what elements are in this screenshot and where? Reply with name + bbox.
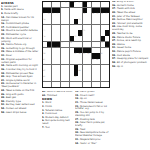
white-cell[interactable] bbox=[65, 82, 69, 87]
white-cell[interactable] bbox=[47, 25, 51, 30]
white-cell[interactable]: 23 bbox=[83, 30, 87, 35]
white-cell[interactable] bbox=[52, 25, 56, 30]
white-cell[interactable] bbox=[87, 30, 91, 35]
white-cell[interactable] bbox=[96, 70, 100, 75]
white-cell[interactable] bbox=[65, 19, 69, 24]
white-cell[interactable] bbox=[101, 2, 105, 7]
cell-number: 40 bbox=[87, 53, 89, 55]
white-cell[interactable] bbox=[87, 82, 91, 87]
white-cell[interactable]: 33 bbox=[56, 48, 60, 53]
white-cell[interactable] bbox=[61, 30, 65, 35]
cell-number: 12 bbox=[56, 13, 58, 15]
white-cell[interactable] bbox=[65, 53, 69, 58]
white-cell[interactable] bbox=[92, 65, 96, 70]
cell-number: 16 bbox=[101, 13, 103, 15]
white-cell[interactable]: 14 bbox=[92, 13, 96, 18]
white-cell[interactable] bbox=[47, 19, 51, 24]
white-cell[interactable] bbox=[74, 82, 78, 87]
black-cell bbox=[74, 65, 78, 70]
white-cell[interactable]: 27 bbox=[61, 42, 65, 47]
white-cell[interactable] bbox=[70, 13, 74, 18]
white-cell[interactable] bbox=[47, 82, 51, 87]
white-cell[interactable] bbox=[83, 19, 87, 24]
white-cell[interactable] bbox=[105, 65, 109, 70]
cell-number: 14 bbox=[92, 13, 94, 15]
white-cell[interactable] bbox=[96, 2, 100, 7]
cell-number: 42 bbox=[43, 59, 45, 61]
white-cell[interactable] bbox=[92, 25, 96, 30]
cell-number: 22 bbox=[43, 30, 45, 32]
white-cell[interactable] bbox=[52, 82, 56, 87]
white-cell[interactable]: 34 bbox=[92, 48, 96, 53]
white-cell[interactable] bbox=[105, 25, 109, 30]
white-cell[interactable]: 10 bbox=[47, 13, 51, 18]
white-cell[interactable]: 51 bbox=[43, 82, 47, 87]
white-cell[interactable] bbox=[105, 2, 109, 7]
white-cell[interactable] bbox=[83, 70, 87, 75]
white-cell[interactable]: 12 bbox=[56, 13, 60, 18]
white-cell[interactable] bbox=[52, 19, 56, 24]
white-cell[interactable] bbox=[70, 65, 74, 70]
white-cell[interactable] bbox=[52, 36, 56, 41]
white-cell[interactable] bbox=[96, 25, 100, 30]
white-cell[interactable] bbox=[52, 65, 56, 70]
white-cell[interactable] bbox=[92, 2, 96, 7]
cell-number: 3 bbox=[65, 2, 66, 4]
white-cell[interactable] bbox=[61, 82, 65, 87]
cell-number: 29 bbox=[101, 42, 103, 44]
white-cell[interactable] bbox=[78, 76, 82, 81]
cell-number: 49 bbox=[43, 76, 45, 78]
white-cell[interactable] bbox=[70, 82, 74, 87]
white-cell[interactable]: 21 bbox=[74, 25, 78, 30]
cell-number: 28 bbox=[70, 42, 72, 44]
white-cell[interactable]: 48 bbox=[78, 70, 82, 75]
white-cell[interactable] bbox=[56, 59, 60, 64]
white-cell[interactable] bbox=[101, 70, 105, 75]
white-cell[interactable] bbox=[61, 76, 65, 81]
white-cell[interactable] bbox=[70, 53, 74, 58]
white-cell[interactable] bbox=[87, 36, 91, 41]
white-cell[interactable] bbox=[87, 25, 91, 30]
white-cell[interactable] bbox=[105, 76, 109, 81]
cell-number: 18 bbox=[43, 19, 45, 21]
white-cell[interactable] bbox=[70, 25, 74, 30]
cell-number: 8 bbox=[70, 7, 71, 9]
white-cell[interactable] bbox=[74, 59, 78, 64]
white-cell[interactable] bbox=[96, 82, 100, 87]
white-cell[interactable] bbox=[52, 30, 56, 35]
white-cell[interactable]: 11 bbox=[52, 13, 56, 18]
white-cell[interactable] bbox=[61, 53, 65, 58]
white-cell[interactable] bbox=[87, 19, 91, 24]
white-cell[interactable] bbox=[70, 59, 74, 64]
white-cell[interactable]: 35 bbox=[105, 48, 109, 53]
cell-number: 17 bbox=[105, 13, 107, 15]
white-cell[interactable] bbox=[61, 48, 65, 53]
cell-number: 1 bbox=[43, 2, 44, 4]
white-cell[interactable]: 32 bbox=[52, 48, 56, 53]
white-cell[interactable] bbox=[65, 30, 69, 35]
white-cell[interactable]: 5 bbox=[78, 2, 82, 7]
white-cell[interactable] bbox=[87, 65, 91, 70]
cell-number: 13 bbox=[83, 13, 85, 15]
cell-number: 27 bbox=[61, 42, 63, 44]
white-cell[interactable] bbox=[105, 53, 109, 58]
white-cell[interactable] bbox=[105, 59, 109, 64]
cell-number: 21 bbox=[74, 24, 76, 26]
white-cell[interactable]: 29 bbox=[101, 42, 105, 47]
white-cell[interactable]: 3 bbox=[65, 2, 69, 7]
cell-number: 43 bbox=[92, 59, 94, 61]
white-cell[interactable] bbox=[78, 82, 82, 87]
white-cell[interactable] bbox=[56, 19, 60, 24]
white-cell[interactable] bbox=[56, 65, 60, 70]
down-clue-list-start: 62. Word of warm a moon63. Trimmed DOWN … bbox=[42, 91, 73, 149]
white-cell[interactable]: 7 bbox=[61, 8, 65, 13]
clue-item: 34. 'Hello' or 'Die!' bbox=[75, 143, 109, 146]
white-cell[interactable]: 40 bbox=[87, 53, 91, 58]
cell-number: 39 bbox=[83, 53, 85, 55]
white-cell[interactable] bbox=[92, 70, 96, 75]
white-cell[interactable]: 31 bbox=[47, 48, 51, 53]
white-cell[interactable] bbox=[61, 25, 65, 30]
white-cell[interactable] bbox=[65, 8, 69, 13]
white-cell[interactable] bbox=[105, 82, 109, 87]
white-cell[interactable] bbox=[96, 19, 100, 24]
crossword-grid[interactable]: 1234567891011121314151617181920212223242… bbox=[42, 1, 110, 88]
white-cell[interactable] bbox=[65, 48, 69, 53]
white-cell[interactable] bbox=[56, 36, 60, 41]
white-cell[interactable] bbox=[83, 36, 87, 41]
white-cell[interactable] bbox=[78, 42, 82, 47]
clue-item: 63. Trimmed bbox=[42, 95, 73, 98]
white-cell[interactable] bbox=[52, 59, 56, 64]
black-cell bbox=[83, 2, 87, 7]
white-cell[interactable] bbox=[83, 65, 87, 70]
white-cell[interactable] bbox=[70, 70, 74, 75]
cell-number: 36 bbox=[43, 53, 45, 55]
white-cell[interactable]: 37 bbox=[74, 53, 78, 58]
white-cell[interactable] bbox=[61, 13, 65, 18]
white-cell[interactable] bbox=[70, 48, 74, 53]
across-clues-left: 1. Sandal part5. Pasta with sauce9. Doze… bbox=[1, 6, 40, 115]
cell-number: 4 bbox=[74, 2, 75, 4]
cell-number: 50 bbox=[74, 76, 76, 78]
white-cell[interactable] bbox=[92, 30, 96, 35]
white-cell[interactable] bbox=[56, 82, 60, 87]
cell-number: 51 bbox=[43, 81, 45, 83]
white-cell[interactable] bbox=[101, 65, 105, 70]
white-cell[interactable] bbox=[87, 42, 91, 47]
white-cell[interactable] bbox=[56, 70, 60, 75]
cell-number: 15 bbox=[96, 13, 98, 15]
white-cell[interactable] bbox=[65, 36, 69, 41]
white-cell[interactable] bbox=[96, 65, 100, 70]
white-cell[interactable] bbox=[92, 19, 96, 24]
white-cell[interactable] bbox=[96, 48, 100, 53]
white-cell[interactable] bbox=[101, 59, 105, 64]
white-cell[interactable]: 39 bbox=[83, 53, 87, 58]
cell-number: 5 bbox=[79, 2, 80, 4]
white-cell[interactable]: 38 bbox=[78, 53, 82, 58]
white-cell[interactable] bbox=[47, 59, 51, 64]
white-cell[interactable] bbox=[47, 36, 51, 41]
white-cell[interactable] bbox=[56, 25, 60, 30]
white-cell[interactable] bbox=[96, 76, 100, 81]
white-cell[interactable] bbox=[65, 13, 69, 18]
cell-number: 9 bbox=[43, 13, 44, 15]
black-cell bbox=[105, 30, 109, 35]
cell-number: 47 bbox=[43, 70, 45, 72]
white-cell[interactable] bbox=[47, 65, 51, 70]
white-cell[interactable] bbox=[47, 30, 51, 35]
cell-number: 34 bbox=[92, 47, 94, 49]
cell-number: 41 bbox=[101, 53, 103, 55]
white-cell[interactable]: 1 bbox=[43, 2, 47, 7]
cell-number: 31 bbox=[48, 47, 50, 49]
cell-number: 37 bbox=[74, 53, 76, 55]
white-cell[interactable] bbox=[83, 42, 87, 47]
white-cell[interactable] bbox=[61, 70, 65, 75]
cell-number: 2 bbox=[61, 2, 62, 4]
white-cell[interactable] bbox=[74, 8, 78, 13]
white-cell[interactable] bbox=[96, 30, 100, 35]
white-cell[interactable] bbox=[92, 76, 96, 81]
white-cell[interactable] bbox=[78, 25, 82, 30]
cell-number: 30 bbox=[43, 47, 45, 49]
clue-item: 7. Tool bbox=[42, 127, 73, 130]
white-cell[interactable]: 24 bbox=[43, 36, 47, 41]
white-cell[interactable] bbox=[92, 36, 96, 41]
white-cell[interactable] bbox=[65, 59, 69, 64]
down-clues-3: 35. Bring to a boil?36. Hornet's home37.… bbox=[112, 1, 149, 69]
white-cell[interactable] bbox=[101, 76, 105, 81]
cell-number: 45 bbox=[43, 64, 45, 66]
white-cell[interactable] bbox=[96, 36, 100, 41]
across-clues-tail: 62. Word of warm a moon63. Trimmed bbox=[42, 91, 73, 98]
cell-number: 20 bbox=[43, 24, 45, 26]
white-cell[interactable] bbox=[92, 82, 96, 87]
white-cell[interactable] bbox=[105, 70, 109, 75]
white-cell[interactable] bbox=[70, 76, 74, 81]
white-cell[interactable] bbox=[65, 25, 69, 30]
cell-number: 7 bbox=[61, 7, 62, 9]
white-cell[interactable] bbox=[74, 42, 78, 47]
white-cell[interactable]: 6 bbox=[87, 2, 91, 7]
white-cell[interactable] bbox=[87, 59, 91, 64]
white-cell[interactable]: 19 bbox=[78, 19, 82, 24]
white-cell[interactable] bbox=[56, 53, 60, 58]
down-clues-2: 13. Garlic grown15. Crow's nest?19. Up o… bbox=[75, 91, 109, 146]
cell-number: 35 bbox=[105, 47, 107, 49]
white-cell[interactable] bbox=[74, 13, 78, 18]
clue-item: 59. Up in bbox=[112, 66, 149, 69]
white-cell[interactable] bbox=[52, 70, 56, 75]
white-cell[interactable] bbox=[96, 42, 100, 47]
white-cell[interactable]: 50 bbox=[74, 76, 78, 81]
white-cell[interactable] bbox=[65, 70, 69, 75]
white-cell[interactable] bbox=[65, 42, 69, 47]
white-cell[interactable] bbox=[61, 59, 65, 64]
white-cell[interactable] bbox=[52, 53, 56, 58]
white-cell[interactable] bbox=[52, 76, 56, 81]
cell-number: 24 bbox=[43, 36, 45, 38]
cell-number: 26 bbox=[79, 36, 81, 38]
white-cell[interactable] bbox=[47, 2, 51, 7]
cell-number: 44 bbox=[96, 59, 98, 61]
white-cell[interactable]: 43 bbox=[92, 59, 96, 64]
cell-number: 10 bbox=[48, 13, 50, 15]
white-cell[interactable] bbox=[78, 8, 82, 13]
white-cell[interactable] bbox=[61, 65, 65, 70]
white-cell[interactable]: 26 bbox=[78, 36, 82, 41]
cell-number: 48 bbox=[79, 70, 81, 72]
cell-number: 11 bbox=[52, 13, 54, 15]
white-cell[interactable] bbox=[101, 25, 105, 30]
white-cell[interactable]: 8 bbox=[70, 8, 74, 13]
white-cell[interactable] bbox=[87, 13, 91, 18]
cell-number: 33 bbox=[56, 47, 58, 49]
white-cell[interactable] bbox=[56, 30, 60, 35]
across-clue-list: ACROSS 1. Sandal part5. Pasta with sauce… bbox=[1, 1, 40, 148]
white-cell[interactable] bbox=[70, 30, 74, 35]
white-cell[interactable] bbox=[83, 82, 87, 87]
down-clue-list-right: 35. Bring to a boil?36. Hornet's home37.… bbox=[112, 1, 149, 148]
white-cell[interactable] bbox=[56, 2, 60, 7]
white-cell[interactable]: 41 bbox=[101, 53, 105, 58]
white-cell[interactable] bbox=[65, 76, 69, 81]
cell-number: 25 bbox=[74, 36, 76, 38]
white-cell[interactable] bbox=[87, 8, 91, 13]
cell-number: 23 bbox=[83, 30, 85, 32]
white-cell[interactable]: 16 bbox=[101, 13, 105, 18]
white-cell[interactable]: 15 bbox=[96, 13, 100, 18]
white-cell[interactable]: 17 bbox=[105, 13, 109, 18]
white-cell[interactable] bbox=[101, 30, 105, 35]
clue-item: 58. Lawn strips below bbox=[1, 112, 40, 115]
cell-number: 6 bbox=[87, 2, 88, 4]
white-cell[interactable] bbox=[105, 19, 109, 24]
cell-number: 19 bbox=[79, 19, 81, 21]
white-cell[interactable] bbox=[56, 76, 60, 81]
white-cell[interactable] bbox=[101, 19, 105, 24]
white-cell[interactable] bbox=[105, 36, 109, 41]
white-cell[interactable] bbox=[47, 53, 51, 58]
white-cell[interactable] bbox=[83, 76, 87, 81]
white-cell[interactable] bbox=[52, 2, 56, 7]
white-cell[interactable] bbox=[87, 70, 91, 75]
white-cell[interactable] bbox=[65, 65, 69, 70]
down-clue-list-middle: 13. Garlic grown15. Crow's nest?19. Up o… bbox=[75, 91, 109, 149]
white-cell[interactable] bbox=[47, 76, 51, 81]
white-cell[interactable] bbox=[47, 70, 51, 75]
white-cell[interactable]: 28 bbox=[70, 42, 74, 47]
white-cell[interactable] bbox=[83, 59, 87, 64]
white-cell[interactable] bbox=[87, 76, 91, 81]
white-cell[interactable]: 25 bbox=[74, 36, 78, 41]
white-cell[interactable] bbox=[70, 19, 74, 24]
cell-number: 46 bbox=[79, 64, 81, 66]
cell-number: 38 bbox=[79, 53, 81, 55]
cell-number: 32 bbox=[52, 47, 54, 49]
down-clues-1: 1. Word2. Climb3. Teheran native4. Consc… bbox=[42, 102, 73, 130]
white-cell[interactable] bbox=[61, 19, 65, 24]
white-cell[interactable]: 44 bbox=[96, 59, 100, 64]
white-cell[interactable]: 13 bbox=[83, 13, 87, 18]
white-cell[interactable]: 4 bbox=[74, 2, 78, 7]
white-cell[interactable] bbox=[101, 82, 105, 87]
